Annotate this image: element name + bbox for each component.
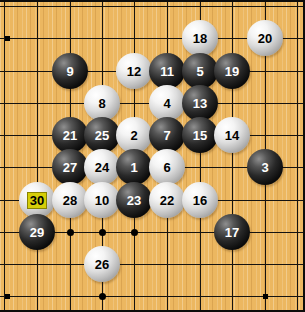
stone-black-move-23: 23 xyxy=(116,182,152,218)
board-edge-right xyxy=(303,0,305,312)
move-number: 12 xyxy=(127,65,141,78)
board-edge-top xyxy=(0,0,305,2)
move-number: 6 xyxy=(163,161,170,174)
move-number: 27 xyxy=(63,161,77,174)
move-number: 21 xyxy=(63,129,77,142)
stone-white-move-22: 22 xyxy=(149,182,185,218)
stone-black-move-13: 13 xyxy=(182,85,218,121)
stone-white-move-16: 16 xyxy=(182,182,218,218)
stone-white-move-18: 18 xyxy=(182,20,218,56)
stone-black-move-25: 25 xyxy=(84,117,120,153)
stone-black-move-7: 7 xyxy=(149,117,185,153)
move-number: 29 xyxy=(30,226,44,239)
stones-layer: 1820912115198413212527151427241633028102… xyxy=(0,0,305,312)
stone-black-move-5: 5 xyxy=(182,53,218,89)
move-number: 17 xyxy=(225,226,239,239)
move-number: 15 xyxy=(193,129,207,142)
move-number: 26 xyxy=(95,258,109,271)
stone-white-move-20: 20 xyxy=(247,20,283,56)
move-number: 10 xyxy=(95,194,109,207)
move-number: 13 xyxy=(193,97,207,110)
stone-black-move-19: 19 xyxy=(214,53,250,89)
stone-black-move-15: 15 xyxy=(182,117,218,153)
move-number: 9 xyxy=(66,65,73,78)
last-move-number: 30 xyxy=(27,192,47,209)
stone-black-move-17: 17 xyxy=(214,214,250,250)
move-number: 14 xyxy=(225,129,239,142)
stone-white-move-2: 2 xyxy=(116,117,152,153)
stone-white-move-24: 24 xyxy=(84,149,120,185)
move-number: 11 xyxy=(160,65,174,78)
stone-black-move-3: 3 xyxy=(247,149,283,185)
stone-black-move-9: 9 xyxy=(52,53,88,89)
stone-white-move-4: 4 xyxy=(149,85,185,121)
stone-white-move-26: 26 xyxy=(84,246,120,282)
move-number: 23 xyxy=(127,194,141,207)
stone-white-move-6: 6 xyxy=(149,149,185,185)
move-number: 20 xyxy=(258,32,272,45)
move-number: 28 xyxy=(63,194,77,207)
move-number: 2 xyxy=(130,129,137,142)
stone-white-move-14: 14 xyxy=(214,117,250,153)
move-number: 5 xyxy=(196,65,203,78)
move-number: 7 xyxy=(163,129,170,142)
stone-black-move-27: 27 xyxy=(52,149,88,185)
stone-black-move-11: 11 xyxy=(149,53,185,89)
move-number: 1 xyxy=(130,161,137,174)
move-number: 4 xyxy=(163,97,170,110)
move-number: 19 xyxy=(225,65,239,78)
stone-black-move-29: 29 xyxy=(19,214,55,250)
stone-white-move-30: 30 xyxy=(19,182,55,218)
gomoku-board[interactable]: 1820912115198413212527151427241633028102… xyxy=(0,0,305,312)
move-number: 16 xyxy=(193,194,207,207)
stone-white-move-10: 10 xyxy=(84,182,120,218)
move-number: 22 xyxy=(160,194,174,207)
move-number: 18 xyxy=(193,32,207,45)
move-number: 24 xyxy=(95,161,109,174)
move-number: 3 xyxy=(261,161,268,174)
stone-white-move-12: 12 xyxy=(116,53,152,89)
move-number: 25 xyxy=(95,129,109,142)
stone-black-move-21: 21 xyxy=(52,117,88,153)
move-number: 8 xyxy=(98,97,105,110)
stone-white-move-8: 8 xyxy=(84,85,120,121)
stone-white-move-28: 28 xyxy=(52,182,88,218)
stone-black-move-1: 1 xyxy=(116,149,152,185)
